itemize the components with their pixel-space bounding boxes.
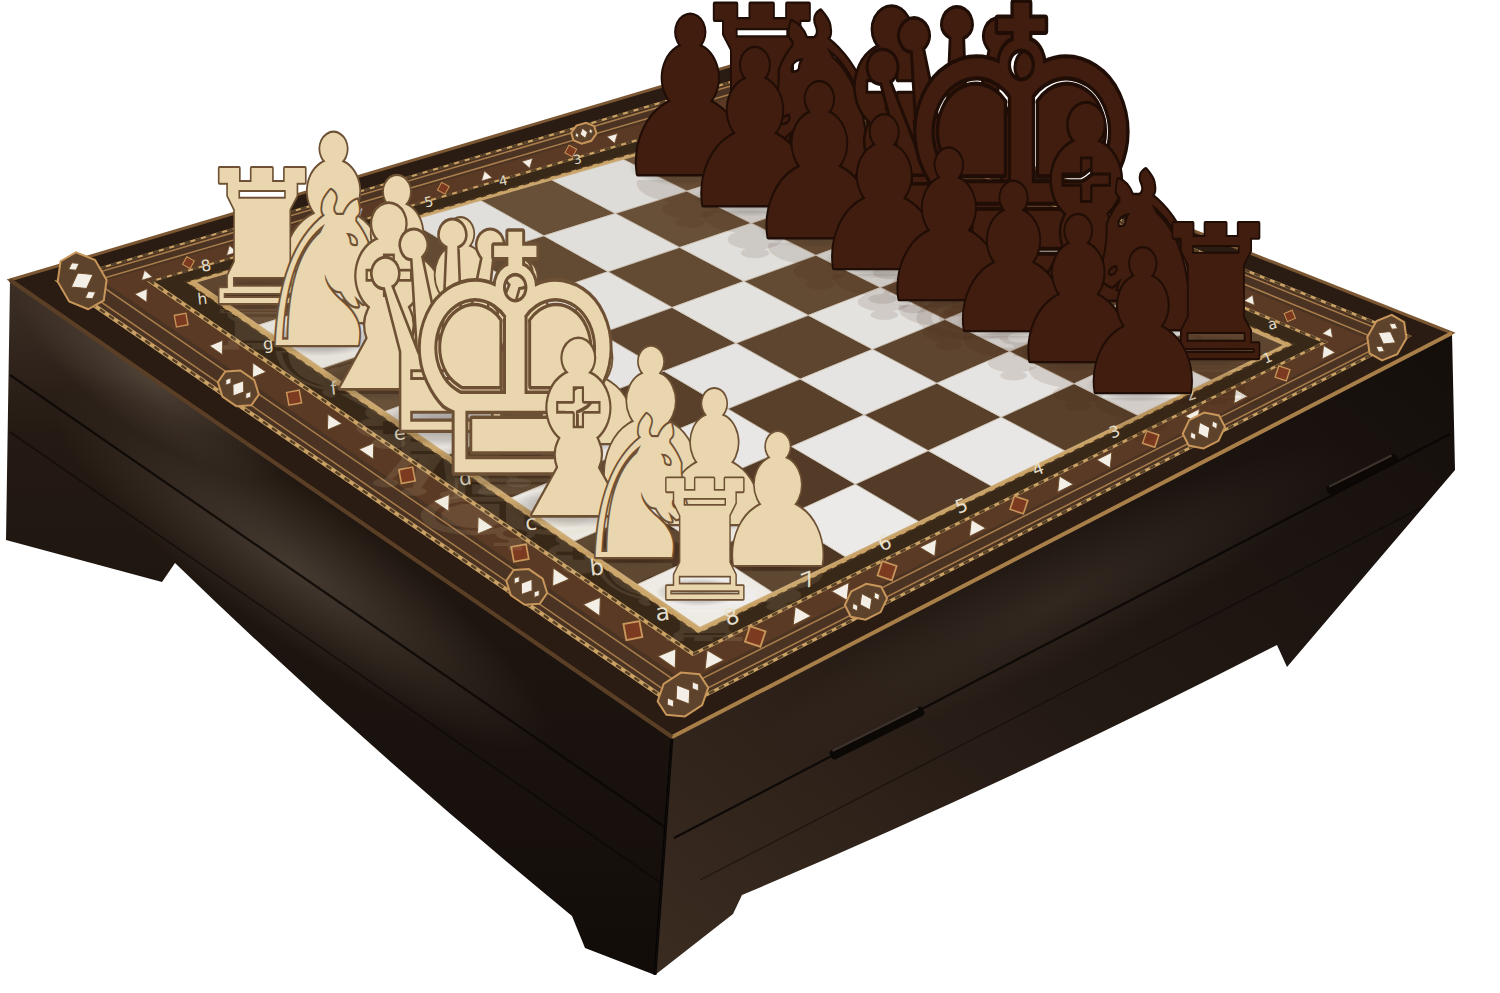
- mosaic-rust-diamond: [174, 313, 188, 327]
- chess-box-product-photo: hgfedcba8765432112345678hgfedcba ♜♜♟♟♞♞♟…: [0, 0, 1500, 993]
- piece-white-rook-a8: ♜♜: [644, 445, 766, 651]
- mosaic-rust-diamond: [623, 621, 642, 640]
- piece-glyph: ♟: [1071, 210, 1216, 439]
- chess-scene-canvas: hgfedcba8765432112345678hgfedcba ♜♜♟♟♞♞♟…: [0, 0, 1500, 993]
- piece-glyph: ♜: [644, 445, 766, 639]
- piece-black-pawn-a2: ♟♟: [1071, 210, 1216, 454]
